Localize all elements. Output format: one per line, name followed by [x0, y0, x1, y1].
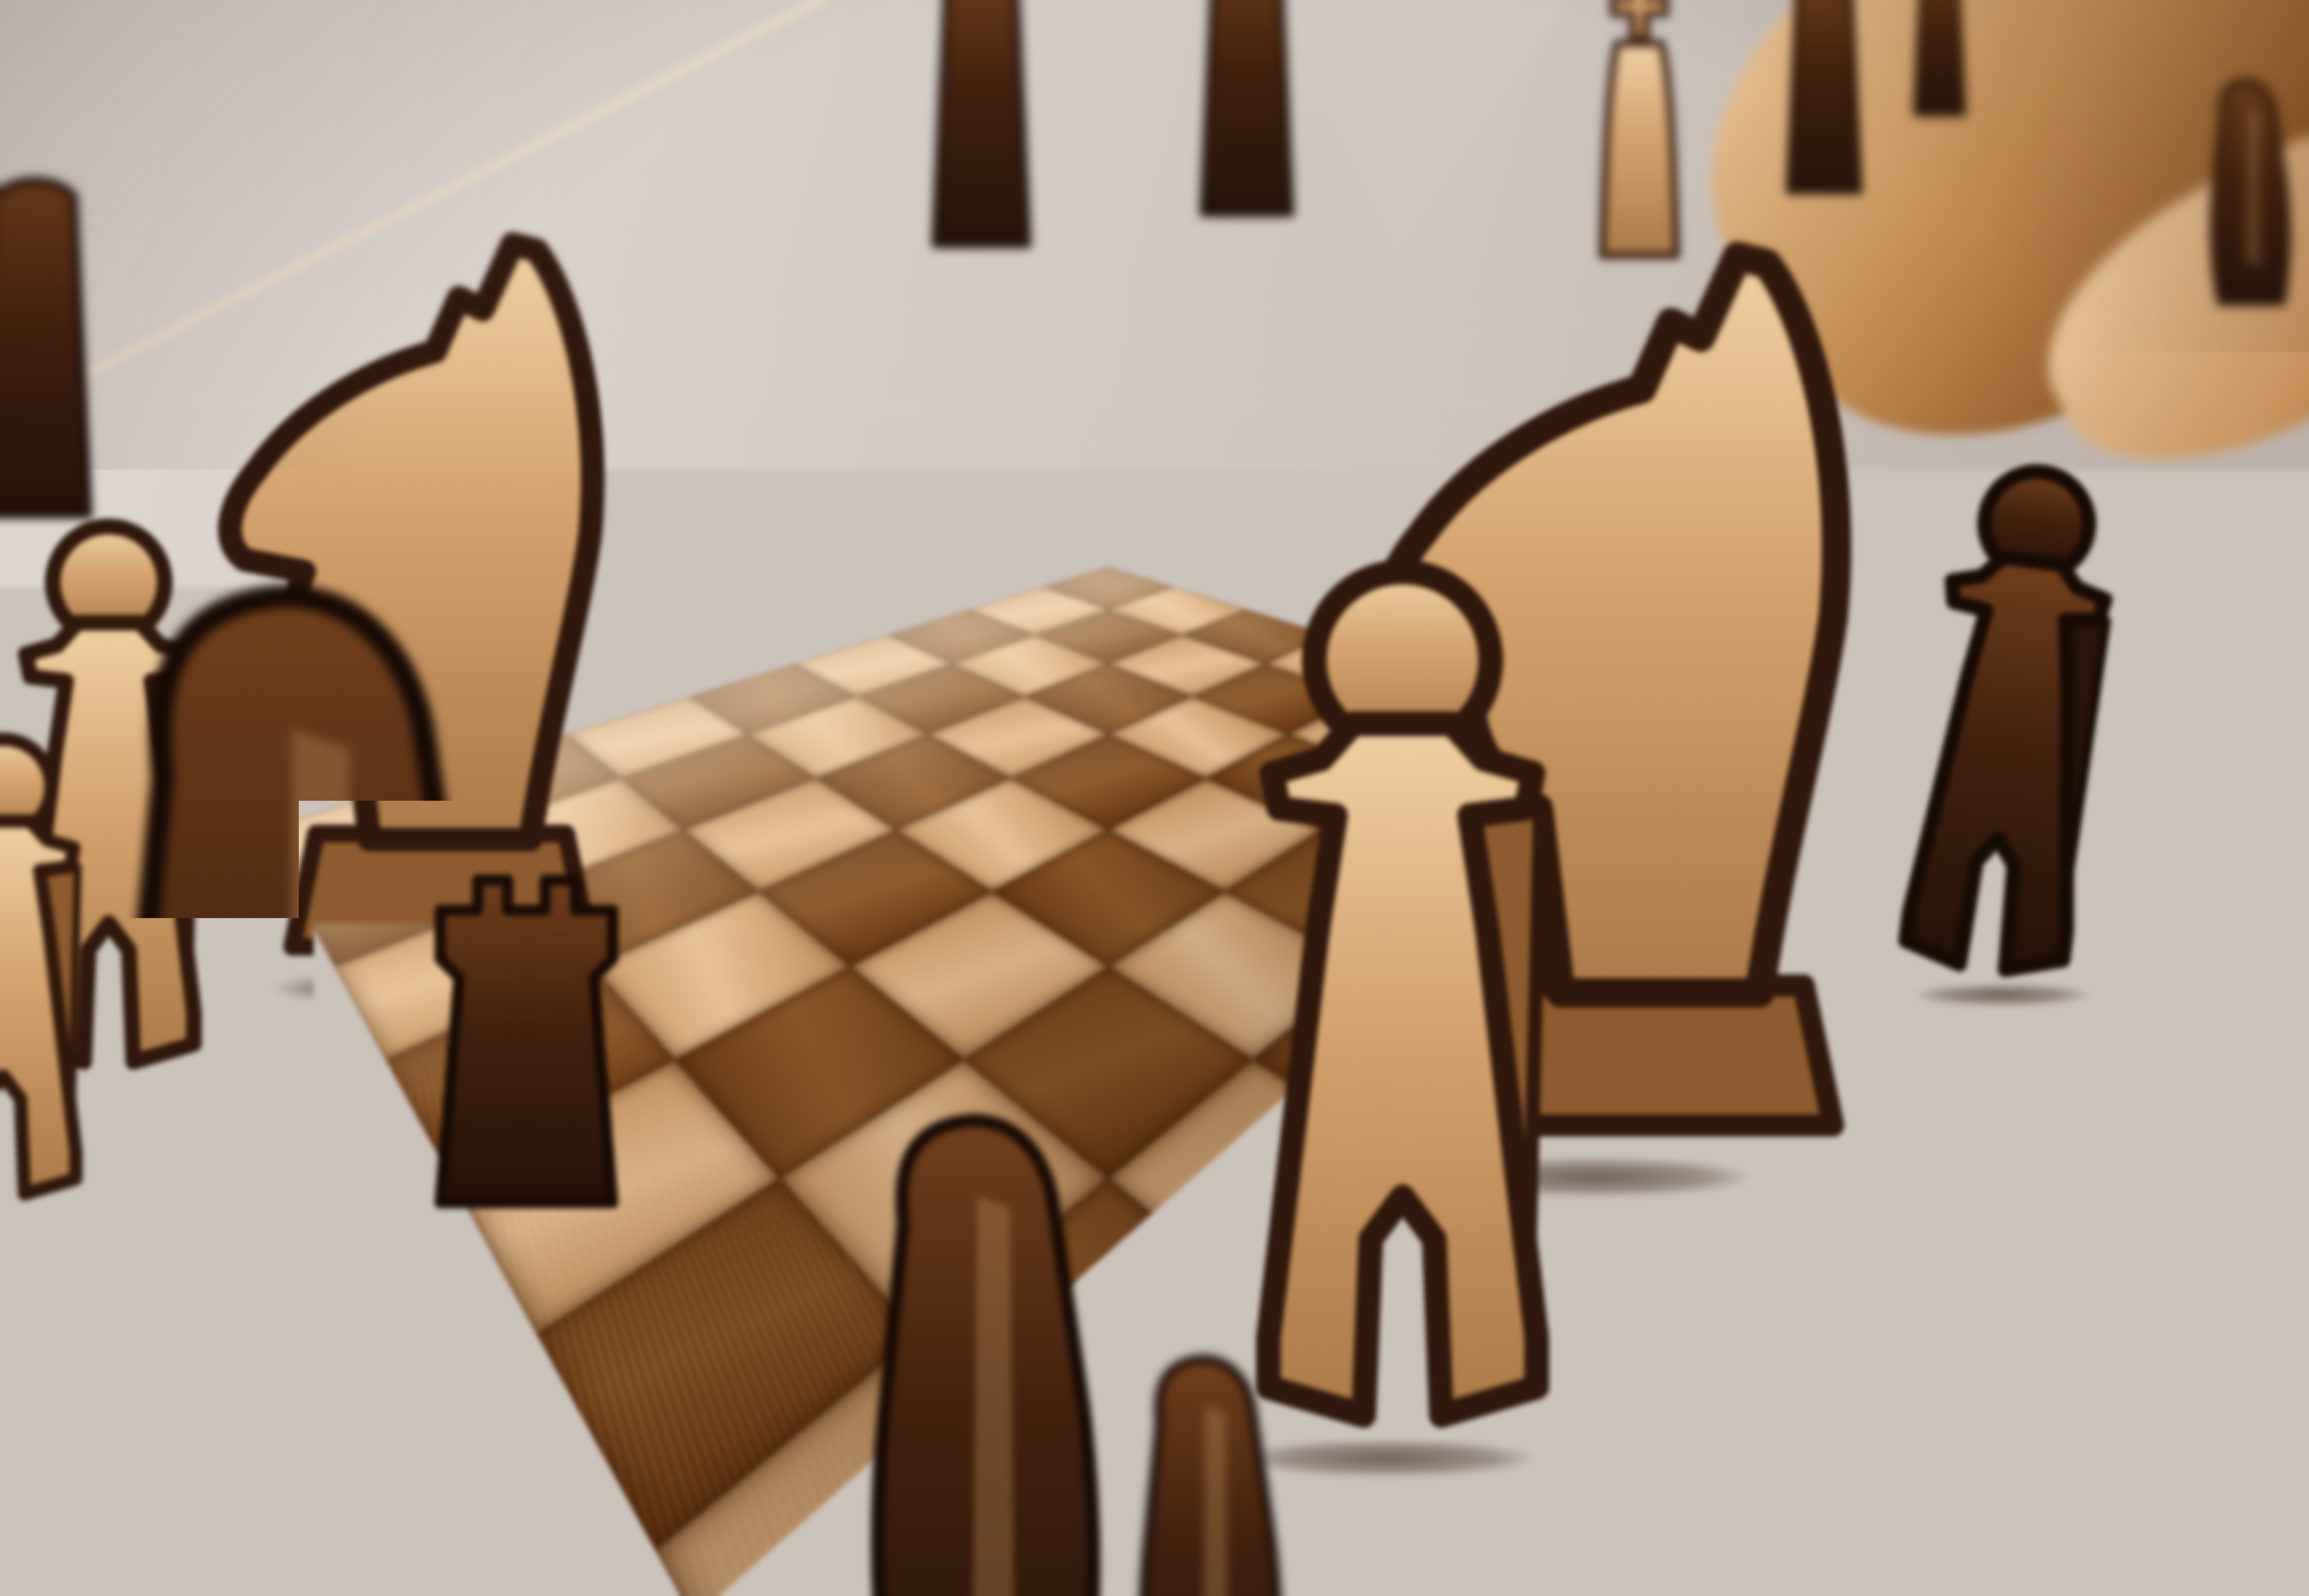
black-blob-fg-blur-center [855, 1117, 1121, 1596]
photo-stage: Close-up of a handmade laser-cut plywood… [0, 0, 2309, 1596]
white-pawn-center-pawn [1237, 547, 1590, 1465]
black-blob-far-piece-5 [2205, 80, 2298, 303]
black-blob-fg-blur-left [79, 591, 544, 1596]
black-slab-far-piece-3 [1781, 0, 1868, 199]
black-slab-far-piece-2 [1193, 0, 1300, 224]
black-slab-far-piece-1 [925, 0, 1038, 255]
black-pawn-right-black-pawn [1881, 446, 2155, 1010]
black-blob-fg-blur-center-2 [1129, 1357, 1295, 1596]
black-slab-far-piece-4 [1910, 0, 1970, 120]
black-slab-far-piece-left-wall [0, 175, 101, 526]
black-blob-fg-blur-right [1522, 1452, 1641, 1596]
white-king-far-king-cross [1587, 0, 1692, 263]
